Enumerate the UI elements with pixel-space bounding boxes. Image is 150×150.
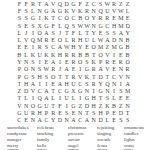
grid-cell[interactable]: N [23,102,30,109]
grid-cell[interactable]: A [97,66,104,73]
grid-cell[interactable]: D [124,22,131,29]
grid-cell[interactable]: F [16,0,23,7]
grid-cell[interactable]: N [90,22,97,29]
grid-cell[interactable]: O [30,102,37,109]
grid-cell[interactable]: R [104,15,111,22]
grid-cell[interactable]: P [97,58,104,65]
grid-cell[interactable]: A [43,0,50,7]
grid-cell[interactable]: S [97,0,104,7]
grid-cell[interactable]: P [16,73,23,80]
grid-cell[interactable]: W [63,44,70,51]
grid-cell[interactable]: R [36,44,43,51]
grid-cell[interactable]: C [57,15,64,22]
grid-cell[interactable]: R [70,51,77,58]
grid-cell[interactable]: U [43,102,50,109]
grid-cell[interactable]: C [57,88,64,95]
grid-cell[interactable]: R [104,58,111,65]
grid-cell[interactable]: F [57,102,64,109]
grid-cell[interactable]: E [84,44,91,51]
grid-cell[interactable]: A [63,66,70,73]
grid-cell[interactable]: G [43,22,50,29]
grid-cell[interactable]: V [104,66,111,73]
grid-cell[interactable]: R [70,58,77,65]
grid-cell[interactable]: S [117,117,124,124]
grid-cell[interactable]: I [111,51,118,58]
grid-cell[interactable]: N [90,7,97,14]
grid-cell[interactable]: M [117,22,124,29]
grid-cell[interactable]: W [43,66,50,73]
grid-cell[interactable]: T [63,29,70,36]
grid-cell[interactable]: Y [97,80,104,87]
grid-cell[interactable]: U [70,80,77,87]
grid-cell[interactable]: Y [90,29,97,36]
grid-cell[interactable]: H [90,95,97,102]
grid-cell[interactable]: S [70,22,77,29]
grid-cell[interactable]: L [124,7,131,14]
grid-cell[interactable]: W [84,22,91,29]
grid-cell[interactable]: D [117,109,124,116]
grid-cell[interactable]: T [84,29,91,36]
grid-cell[interactable]: Y [16,58,23,65]
grid-cell[interactable]: C [104,22,111,29]
grid-cell[interactable]: N [30,117,37,124]
grid-cell[interactable]: Q [30,36,37,43]
grid-cell[interactable]: O [90,44,97,51]
grid-cell[interactable]: O [63,15,70,22]
grid-cell[interactable]: M [36,36,43,43]
grid-cell[interactable]: I [117,80,124,87]
grid-cell[interactable]: O [50,73,57,80]
grid-cell[interactable]: T [97,95,104,102]
grid-cell[interactable]: Q [36,95,43,102]
grid-cell[interactable]: G [30,15,37,22]
grid-cell[interactable]: E [50,36,57,43]
grid-cell[interactable]: Z [117,102,124,109]
grid-cell[interactable]: G [84,95,91,102]
word-list: snowflakescelebratechristmasrejoicingorn… [0,125,150,150]
grid-cell[interactable]: I [77,95,84,102]
grid-cell[interactable]: Y [90,15,97,22]
grid-cell[interactable]: O [77,58,84,65]
grid-cell[interactable]: T [36,0,43,7]
grid-cell[interactable]: G [23,73,30,80]
letter-grid: FFRTAVQDGFZCSWRZZFSLNGAGKVKRNQUVWLSSGIKT… [16,0,131,124]
grid-cell[interactable]: S [111,29,118,36]
grid-cell[interactable]: N [84,88,91,95]
grid-cell[interactable]: E [111,15,118,22]
grid-cell[interactable]: W [117,7,124,14]
grid-cell[interactable]: H [90,102,97,109]
grid-cell[interactable]: N [111,80,118,87]
grid-cell[interactable]: E [117,51,124,58]
grid-cell[interactable]: B [124,51,131,58]
grid-cell[interactable]: G [70,0,77,7]
grid-cell[interactable]: M [124,88,131,95]
grid-cell[interactable]: I [57,95,64,102]
grid-cell[interactable]: C [77,117,84,124]
grid-cell[interactable]: K [63,7,70,14]
grid-cell[interactable]: F [70,29,77,36]
grid-cell[interactable]: L [77,29,84,36]
grid-cell[interactable]: V [70,7,77,14]
grid-cell[interactable]: K [90,58,97,65]
grid-cell[interactable]: V [117,73,124,80]
grid-cell[interactable]: O [23,66,30,73]
grid-cell[interactable]: I [77,66,84,73]
grid-cell[interactable]: I [36,58,43,65]
partial-word [97,149,107,150]
grid-cell[interactable]: A [50,7,57,14]
grid-cell[interactable]: V [30,88,37,95]
grid-cell[interactable]: R [84,7,91,14]
grid-cell[interactable]: V [104,51,111,58]
grid-cell[interactable]: R [124,66,131,73]
grid-cell[interactable]: G [43,7,50,14]
grid-cell[interactable]: R [70,73,77,80]
grid-cell[interactable]: R [43,36,50,43]
grid-cell[interactable]: O [97,51,104,58]
grid-cell[interactable]: L [111,95,118,102]
grid-cell[interactable]: L [57,22,64,29]
grid-cell[interactable]: G [97,88,104,95]
grid-cell[interactable]: G [117,44,124,51]
grid-cell[interactable]: Q [97,7,104,14]
grid-cell[interactable]: Q [63,22,70,29]
grid-cell[interactable]: Z [97,102,104,109]
grid-cell[interactable]: S [104,95,111,102]
grid-cell[interactable]: E [124,95,131,102]
grid-cell[interactable]: M [117,15,124,22]
grid-cell[interactable]: I [90,88,97,95]
grid-cell[interactable]: I [30,29,37,36]
grid-cell[interactable]: N [117,66,124,73]
grid-cell[interactable]: K [50,51,57,58]
grid-cell[interactable]: I [111,88,118,95]
partial-word [7,149,19,150]
grid-cell[interactable]: R [30,0,37,7]
grid-cell[interactable]: X [36,22,43,29]
grid-cell[interactable]: B [77,51,84,58]
grid-cell[interactable]: L [70,95,77,102]
grid-cell[interactable]: L [104,117,111,124]
grid-cell[interactable]: A [104,36,111,43]
grid-cell[interactable]: L [50,95,57,102]
grid-cell[interactable]: S [30,73,37,80]
grid-cell[interactable]: N [90,117,97,124]
grid-cell[interactable]: M [97,44,104,51]
grid-cell[interactable]: S [30,58,37,65]
grid-cell[interactable]: P [43,109,50,116]
grid-cell[interactable]: R [117,58,124,65]
grid-cell[interactable]: G [84,66,91,73]
grid-cell[interactable]: G [16,109,23,116]
grid-cell[interactable]: T [90,51,97,58]
grid-cell[interactable]: E [111,109,118,116]
grid-cell[interactable]: V [77,73,84,80]
grid-cell[interactable]: T [57,73,64,80]
grid-cell[interactable]: I [57,58,64,65]
grid-cell[interactable]: O [36,29,43,36]
grid-cell[interactable]: B [124,36,131,43]
grid-cell[interactable]: L [30,7,37,14]
grid-cell[interactable]: T [90,73,97,80]
grid-cell[interactable]: C [90,0,97,7]
grid-cell[interactable]: E [16,44,23,51]
grid-cell[interactable]: E [111,58,118,65]
grid-cell[interactable]: S [84,58,91,65]
grid-cell[interactable]: K [84,73,91,80]
grid-cell[interactable]: R [50,109,57,116]
grid-cell[interactable]: K [77,7,84,14]
grid-cell[interactable]: S [90,109,97,116]
grid-cell[interactable]: I [43,80,50,87]
grid-cell[interactable]: A [70,117,77,124]
grid-cell[interactable]: T [104,73,111,80]
grid-cell[interactable]: I [36,15,43,22]
grid-cell[interactable]: J [57,29,64,36]
grid-cell[interactable]: R [63,51,70,58]
grid-cell[interactable]: A [124,80,131,87]
grid-cell[interactable]: S [43,73,50,80]
grid-cell[interactable]: U [84,36,91,43]
grid-cell[interactable]: T [50,102,57,109]
grid-cell[interactable]: I [30,44,37,51]
grid-cell[interactable]: A [43,88,50,95]
grid-cell[interactable]: O [124,58,131,65]
grid-cell[interactable]: E [23,117,30,124]
grid-cell[interactable]: L [23,51,30,58]
grid-cell[interactable]: T [84,109,91,116]
grid-cell[interactable]: R [90,66,97,73]
grid-cell[interactable]: Q [104,80,111,87]
grid-cell[interactable]: E [63,58,70,65]
grid-cell[interactable]: A [43,29,50,36]
grid-cell[interactable]: E [57,109,64,116]
grid-cell[interactable]: K [43,51,50,58]
grid-cell[interactable]: E [23,22,30,29]
grid-cell[interactable]: F [23,0,30,7]
grid-cell[interactable]: Z [84,0,91,7]
grid-cell[interactable]: T [50,88,57,95]
word-search-page: FFRTAVQDGFZCSWRZZFSLNGAGKVKRNQUVWLSSGIKT… [0,0,150,150]
grid-cell[interactable]: P [16,66,23,73]
grid-cell[interactable]: H [23,80,30,87]
grid-cell[interactable]: C [77,80,84,87]
grid-cell[interactable]: S [36,66,43,73]
grid-cell[interactable]: U [63,95,70,102]
grid-cell[interactable]: E [50,80,57,87]
grid-cell[interactable]: V [50,0,57,7]
grid-cell[interactable]: O [57,36,64,43]
grid-cell[interactable]: E [70,66,77,73]
grid-cell[interactable]: C [16,117,23,124]
grid-cell[interactable]: H [70,44,77,51]
grid-cell[interactable]: W [77,22,84,29]
grid-cell[interactable]: C [36,88,43,95]
grid-cell[interactable]: B [84,51,91,58]
grid-cell[interactable]: N [77,109,84,116]
grid-cell[interactable]: T [16,80,23,87]
grid-cell[interactable]: R [111,0,118,7]
grid-cell[interactable]: R [97,15,104,22]
grid-cell[interactable]: Y [50,117,57,124]
grid-cell[interactable]: N [23,58,30,65]
grid-cell[interactable]: T [16,95,23,102]
grid-cell[interactable]: Z [16,88,23,95]
grid-cell[interactable]: C [43,117,50,124]
grid-cell[interactable]: A [57,44,64,51]
grid-cell[interactable]: Z [77,102,84,109]
grid-cell[interactable]: A [43,95,50,102]
partial-word [37,149,47,150]
grid-cell[interactable]: H [77,36,84,43]
grid-cell[interactable]: V [23,36,30,43]
grid-cell[interactable]: D [63,0,70,7]
grid-cell[interactable]: H [97,109,104,116]
grid-cell[interactable]: E [124,15,131,22]
grid-cell[interactable]: A [30,80,37,87]
grid-cell[interactable]: U [23,109,30,116]
grid-cell[interactable]: D [23,88,30,95]
grid-cell[interactable]: L [90,36,97,43]
grid-cell[interactable]: R [90,80,97,87]
grid-cell[interactable]: D [97,73,104,80]
grid-cell[interactable]: S [117,88,124,95]
grid-cell[interactable]: H [111,22,118,29]
grid-cell[interactable]: N [36,7,43,14]
grid-cell[interactable]: L [23,95,30,102]
grid-cell[interactable]: H [63,80,70,87]
grid-cell[interactable]: G [36,102,43,109]
grid-cell[interactable]: S [16,15,23,22]
grid-cell[interactable]: F [77,0,84,7]
grid-cell[interactable]: G [97,22,104,29]
grid-cell[interactable]: N [104,88,111,95]
partial-word-row [0,149,150,150]
grid-cell[interactable]: S [84,80,91,87]
grid-cell[interactable]: Q [57,0,64,7]
grid-cell[interactable]: Z [124,0,131,7]
grid-cell[interactable]: E [43,58,50,65]
grid-cell[interactable]: H [57,51,64,58]
grid-cell[interactable]: U [104,7,111,14]
grid-cell[interactable]: S [63,109,70,116]
grid-cell[interactable]: L [16,36,23,43]
grid-cell[interactable]: O [84,15,91,22]
grid-cell[interactable]: E [97,29,104,36]
grid-cell[interactable]: F [16,7,23,14]
grid-cell[interactable]: S [124,117,131,124]
grid-cell[interactable]: E [23,44,30,51]
grid-cell[interactable]: T [63,73,70,80]
grid-cell[interactable]: K [30,51,37,58]
grid-cell[interactable]: S [50,29,57,36]
grid-cell[interactable]: P [104,109,111,116]
grid-cell[interactable]: D [97,117,104,124]
grid-cell[interactable]: R [50,66,57,73]
grid-cell[interactable]: Z [104,44,111,51]
partial-word [68,149,79,150]
grid-cell[interactable]: G [77,88,84,95]
grid-cell[interactable]: S [23,7,30,14]
grid-cell[interactable]: S [43,44,50,51]
grid-cell[interactable]: H [36,73,43,80]
grid-cell[interactable]: L [63,36,70,43]
grid-cell[interactable]: N [124,102,131,109]
grid-cell[interactable]: D [57,117,64,124]
grid-cell[interactable]: R [30,109,37,116]
grid-cell[interactable]: N [124,73,131,80]
grid-cell[interactable]: U [36,51,43,58]
grid-cell[interactable]: B [16,51,23,58]
grid-cell[interactable]: D [84,102,91,109]
grid-cell[interactable]: I [30,95,37,102]
grid-cell[interactable]: N [117,36,124,43]
grid-cell[interactable]: M [111,44,118,51]
grid-cell[interactable]: K [104,102,111,109]
grid-cell[interactable]: E [117,95,124,102]
grid-cell[interactable]: L [16,29,23,36]
grid-cell[interactable]: Y [77,44,84,51]
grid-cell[interactable]: G [63,88,70,95]
grid-cell[interactable]: D [111,36,118,43]
grid-cell[interactable]: X [70,88,77,95]
grid-cell[interactable]: B [124,44,131,51]
grid-cell[interactable]: S [16,22,23,29]
grid-cell[interactable]: G [57,7,64,14]
grid-cell[interactable]: I [36,80,43,87]
grid-cell[interactable]: A [50,58,57,65]
grid-cell[interactable]: N [63,117,70,124]
grid-cell[interactable]: A [57,80,64,87]
grid-cell[interactable]: C [70,15,77,22]
grid-cell[interactable]: B [111,102,118,109]
grid-cell[interactable]: W [97,36,104,43]
grid-cell[interactable]: H [36,109,43,116]
grid-cell[interactable]: J [23,29,30,36]
grid-cell[interactable]: J [57,66,64,73]
grid-cell[interactable]: C [111,73,118,80]
grid-cell[interactable]: T [124,109,131,116]
grid-cell[interactable]: T [50,15,57,22]
grid-cell[interactable]: F [50,22,57,29]
grid-cell[interactable]: B [77,15,84,22]
grid-cell[interactable]: Z [117,0,124,7]
grid-cell[interactable]: A [84,117,91,124]
grid-cell[interactable]: A [36,117,43,124]
grid-cell[interactable]: I [63,102,70,109]
grid-cell[interactable]: G [70,102,77,109]
grid-cell[interactable]: A [117,29,124,36]
grid-cell[interactable]: Y [124,29,131,36]
grid-cell[interactable]: C [50,44,57,51]
grid-cell[interactable]: E [70,109,77,116]
grid-cell[interactable]: S [23,15,30,22]
partial-word [124,149,133,150]
grid-cell[interactable]: R [70,36,77,43]
grid-cell[interactable]: V [111,7,118,14]
grid-cell[interactable]: S [30,22,37,29]
grid-cell[interactable]: K [43,15,50,22]
grid-cell[interactable]: S [104,29,111,36]
grid-cell[interactable]: N [30,66,37,73]
grid-cell[interactable]: E [111,117,118,124]
grid-cell[interactable]: W [104,0,111,7]
grid-cell[interactable]: V [16,102,23,109]
grid-cell[interactable]: E [111,66,118,73]
